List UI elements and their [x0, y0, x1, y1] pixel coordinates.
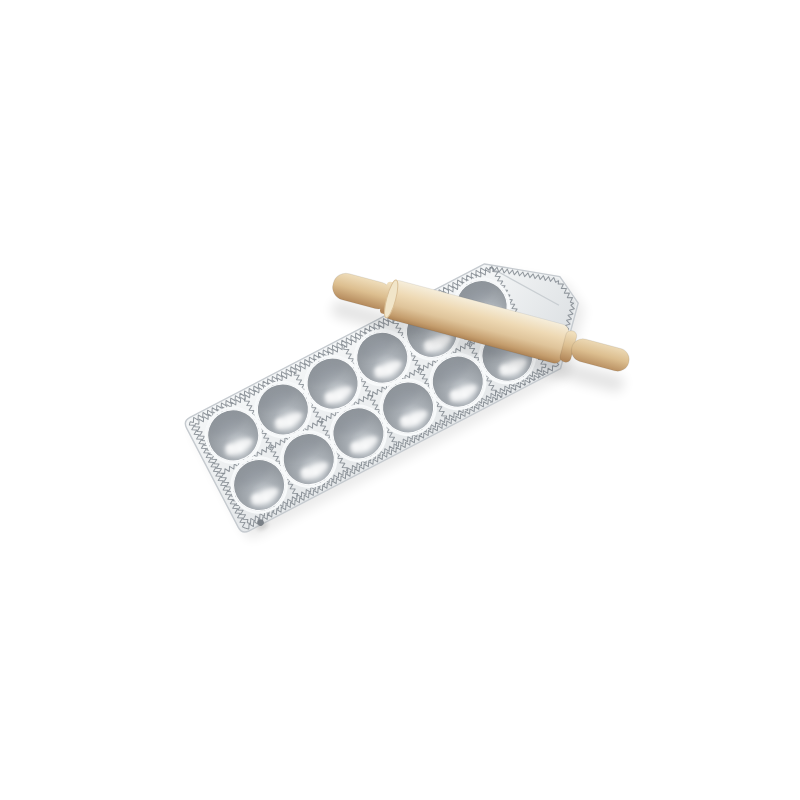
product-photo-svg — [0, 0, 800, 800]
ravioli-tray — [183, 233, 608, 543]
product-photo — [0, 0, 800, 800]
